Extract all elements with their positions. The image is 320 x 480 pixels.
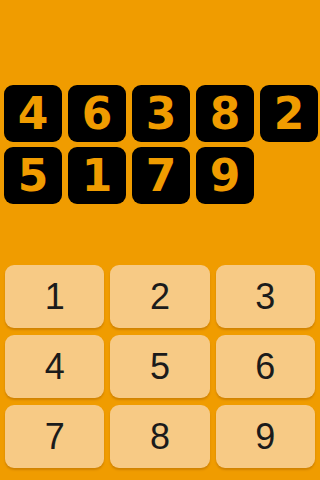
key-1[interactable]: 1 <box>5 265 104 328</box>
tile-board: 463825179 <box>4 85 318 204</box>
key-6[interactable]: 6 <box>216 335 315 398</box>
tile-7: 7 <box>132 147 190 204</box>
tile-9: 9 <box>196 147 254 204</box>
tile-4: 4 <box>4 85 62 142</box>
tile-6: 6 <box>68 85 126 142</box>
tile-1: 1 <box>68 147 126 204</box>
keypad: 123456789 <box>5 265 315 468</box>
key-5[interactable]: 5 <box>110 335 209 398</box>
tile-8: 8 <box>196 85 254 142</box>
key-3[interactable]: 3 <box>216 265 315 328</box>
game-screen: 463825179 123456789 <box>0 0 320 480</box>
tile-5: 5 <box>4 147 62 204</box>
key-4[interactable]: 4 <box>5 335 104 398</box>
tile-2: 2 <box>260 85 318 142</box>
key-9[interactable]: 9 <box>216 405 315 468</box>
key-2[interactable]: 2 <box>110 265 209 328</box>
key-8[interactable]: 8 <box>110 405 209 468</box>
key-7[interactable]: 7 <box>5 405 104 468</box>
tile-3: 3 <box>132 85 190 142</box>
